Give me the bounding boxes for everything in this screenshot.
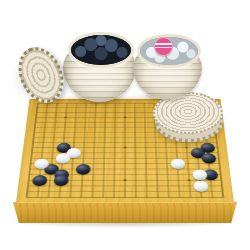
pink-brand-label	[154, 37, 173, 56]
go-stone-white	[33, 158, 48, 168]
go-set-photo	[0, 0, 250, 250]
black-stones-heap	[71, 35, 131, 65]
go-stone-black	[201, 153, 216, 163]
go-stone-white	[55, 153, 70, 163]
go-stone-white	[193, 180, 209, 191]
goban-front-edge	[13, 202, 237, 223]
go-stone-black	[53, 175, 68, 186]
white-stone-bowl	[133, 29, 202, 102]
black-stone-bowl	[63, 26, 136, 104]
go-stone-white	[192, 169, 207, 180]
go-stone-black	[31, 175, 47, 186]
go-stone-black	[75, 164, 90, 175]
go-stone-white	[170, 158, 185, 168]
bowl-opening	[68, 32, 134, 68]
